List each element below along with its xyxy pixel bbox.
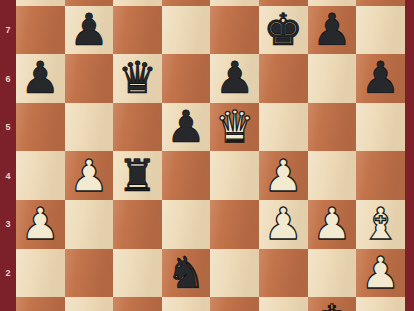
square-c2 [113, 249, 162, 298]
square-b6 [65, 54, 114, 103]
piece-white-pawn-h2: ♟ [356, 249, 405, 298]
square-c6: ♛ [113, 54, 162, 103]
square-a1 [16, 297, 65, 311]
square-f3: ♟ [259, 200, 308, 249]
square-g5 [308, 103, 357, 152]
square-c1 [113, 297, 162, 311]
piece-white-queen-e5: ♛ [210, 103, 259, 152]
square-b1 [65, 297, 114, 311]
piece-black-knight-d2: ♞ [162, 249, 211, 298]
square-c3 [113, 200, 162, 249]
square-g6 [308, 54, 357, 103]
square-c5 [113, 103, 162, 152]
rank-label-7: 7 [0, 25, 16, 35]
square-h7 [356, 6, 405, 55]
square-e5: ♛ [210, 103, 259, 152]
piece-white-pawn-b4: ♟ [65, 151, 114, 200]
square-h1 [356, 297, 405, 311]
piece-black-pawn-b7: ♟ [65, 6, 114, 55]
square-g7: ♟ [308, 6, 357, 55]
rank-labels-strip: 765432 [0, 0, 16, 311]
square-d4 [162, 151, 211, 200]
square-b5 [65, 103, 114, 152]
square-f5 [259, 103, 308, 152]
square-d3 [162, 200, 211, 249]
square-e2 [210, 249, 259, 298]
square-e7 [210, 6, 259, 55]
square-h5 [356, 103, 405, 152]
rank-label-2: 2 [0, 268, 16, 278]
square-f7: ♚ [259, 6, 308, 55]
square-f4: ♟ [259, 151, 308, 200]
square-a6: ♟ [16, 54, 65, 103]
piece-black-pawn-e6: ♟ [210, 54, 259, 103]
square-a4 [16, 151, 65, 200]
piece-white-pawn-a3: ♟ [16, 200, 65, 249]
square-e6: ♟ [210, 54, 259, 103]
rank-label-3: 3 [0, 219, 16, 229]
chess-diagram: 765432 ♟♚♟♟♛♟♟♟♛♟♜♟♟♟♟♝♞♟♚ [0, 0, 414, 311]
piece-black-rook-c4: ♜ [113, 151, 162, 200]
square-h6: ♟ [356, 54, 405, 103]
square-f2 [259, 249, 308, 298]
rank-label-4: 4 [0, 171, 16, 181]
square-a5 [16, 103, 65, 152]
square-g4 [308, 151, 357, 200]
square-g3: ♟ [308, 200, 357, 249]
square-b3 [65, 200, 114, 249]
square-d2: ♞ [162, 249, 211, 298]
piece-white-pawn-g3: ♟ [308, 200, 357, 249]
square-f6 [259, 54, 308, 103]
piece-black-king-f7: ♚ [259, 6, 308, 55]
piece-black-pawn-d5: ♟ [162, 103, 211, 152]
square-d1 [162, 297, 211, 311]
square-a3: ♟ [16, 200, 65, 249]
square-d7 [162, 6, 211, 55]
square-e3 [210, 200, 259, 249]
square-g2 [308, 249, 357, 298]
piece-white-king-g1: ♚ [308, 297, 357, 311]
piece-black-pawn-h6: ♟ [356, 54, 405, 103]
piece-white-pawn-f4: ♟ [259, 151, 308, 200]
square-g1: ♚ [308, 297, 357, 311]
piece-black-pawn-g7: ♟ [308, 6, 357, 55]
square-f1 [259, 297, 308, 311]
square-e4 [210, 151, 259, 200]
square-h2: ♟ [356, 249, 405, 298]
square-a2 [16, 249, 65, 298]
square-c7 [113, 6, 162, 55]
square-d5: ♟ [162, 103, 211, 152]
square-b4: ♟ [65, 151, 114, 200]
rank-label-6: 6 [0, 74, 16, 84]
piece-white-pawn-f3: ♟ [259, 200, 308, 249]
piece-black-pawn-a6: ♟ [16, 54, 65, 103]
square-h3: ♝ [356, 200, 405, 249]
square-e1 [210, 297, 259, 311]
square-h4 [356, 151, 405, 200]
chess-board: ♟♚♟♟♛♟♟♟♛♟♜♟♟♟♟♝♞♟♚ [16, 0, 405, 311]
square-b7: ♟ [65, 6, 114, 55]
square-d6 [162, 54, 211, 103]
square-b2 [65, 249, 114, 298]
square-c4: ♜ [113, 151, 162, 200]
square-a7 [16, 6, 65, 55]
piece-black-queen-c6: ♛ [113, 54, 162, 103]
rank-label-5: 5 [0, 122, 16, 132]
piece-white-bishop-h3: ♝ [356, 200, 405, 249]
